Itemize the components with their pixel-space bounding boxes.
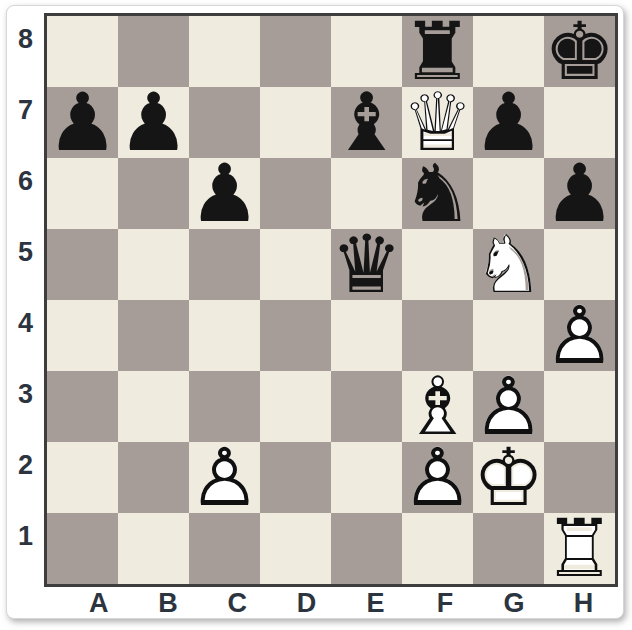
piece-white-pawn[interactable]: ♟︎♙︎ <box>544 300 615 371</box>
square-e7[interactable]: ♝︎ <box>331 87 402 158</box>
queen-glyph: ♛︎ <box>331 225 403 305</box>
square-a7[interactable]: ♟︎ <box>47 87 118 158</box>
square-b4[interactable] <box>118 300 189 371</box>
file-label-c: C <box>203 588 272 618</box>
piece-white-pawn[interactable]: ♟︎♙︎ <box>402 442 473 513</box>
square-a5[interactable] <box>47 229 118 300</box>
square-c4[interactable] <box>189 300 260 371</box>
queen-outline-glyph: ♕︎ <box>402 83 474 163</box>
piece-black-knight[interactable]: ♞︎ <box>402 158 473 229</box>
square-e2[interactable] <box>331 442 402 513</box>
square-b3[interactable] <box>118 371 189 442</box>
square-a2[interactable] <box>47 442 118 513</box>
square-b1[interactable] <box>118 513 189 584</box>
file-label-a: A <box>64 588 133 618</box>
square-f6[interactable]: ♞︎ <box>402 158 473 229</box>
square-d8[interactable] <box>260 16 331 87</box>
piece-black-pawn[interactable]: ♟︎ <box>189 158 260 229</box>
file-label-e: E <box>341 588 410 618</box>
pawn-glyph: ♟︎ <box>118 83 190 163</box>
pawn-fill-glyph: ♟︎ <box>473 367 545 447</box>
piece-black-king[interactable]: ♚︎ <box>544 16 615 87</box>
square-h8[interactable]: ♚︎ <box>544 16 615 87</box>
rook-glyph: ♜︎ <box>402 12 474 92</box>
square-b8[interactable] <box>118 16 189 87</box>
rank-label-5: 5 <box>7 217 44 288</box>
square-b5[interactable] <box>118 229 189 300</box>
piece-white-pawn[interactable]: ♟︎♙︎ <box>473 371 544 442</box>
king-outline-glyph: ♔︎ <box>473 438 545 518</box>
square-g8[interactable] <box>473 16 544 87</box>
square-a4[interactable] <box>47 300 118 371</box>
king-fill-glyph: ♚︎ <box>473 438 545 518</box>
square-h2[interactable] <box>544 442 615 513</box>
file-label-h: H <box>549 588 618 618</box>
square-e5[interactable]: ♛︎ <box>331 229 402 300</box>
square-h1[interactable]: ♜︎♖︎ <box>544 513 615 584</box>
square-c5[interactable] <box>189 229 260 300</box>
piece-black-pawn[interactable]: ♟︎ <box>473 87 544 158</box>
piece-black-rook[interactable]: ♜︎ <box>402 16 473 87</box>
square-f1[interactable] <box>402 513 473 584</box>
square-c1[interactable] <box>189 513 260 584</box>
square-d4[interactable] <box>260 300 331 371</box>
square-g2[interactable]: ♚︎♔︎ <box>473 442 544 513</box>
piece-white-bishop[interactable]: ♝︎♗︎ <box>402 371 473 442</box>
square-c7[interactable] <box>189 87 260 158</box>
square-c6[interactable]: ♟︎ <box>189 158 260 229</box>
knight-fill-glyph: ♞︎ <box>473 225 545 305</box>
rank-label-4: 4 <box>7 288 44 359</box>
pawn-outline-glyph: ♙︎ <box>473 367 545 447</box>
king-glyph: ♚︎ <box>544 12 616 92</box>
square-g1[interactable] <box>473 513 544 584</box>
square-c2[interactable]: ♟︎♙︎ <box>189 442 260 513</box>
bishop-outline-glyph: ♗︎ <box>402 367 474 447</box>
piece-black-queen[interactable]: ♛︎ <box>331 229 402 300</box>
piece-white-rook[interactable]: ♜︎♖︎ <box>544 513 615 584</box>
piece-black-pawn[interactable]: ♟︎ <box>118 87 189 158</box>
piece-white-queen[interactable]: ♛︎♕︎ <box>402 87 473 158</box>
rank-label-7: 7 <box>7 75 44 146</box>
square-e6[interactable] <box>331 158 402 229</box>
square-h3[interactable] <box>544 371 615 442</box>
square-a8[interactable] <box>47 16 118 87</box>
knight-glyph: ♞︎ <box>402 154 474 234</box>
square-h5[interactable] <box>544 229 615 300</box>
square-d6[interactable] <box>260 158 331 229</box>
square-g5[interactable]: ♞︎♘︎ <box>473 229 544 300</box>
square-f5[interactable] <box>402 229 473 300</box>
file-label-b: B <box>133 588 202 618</box>
queen-fill-glyph: ♛︎ <box>402 83 474 163</box>
square-e3[interactable] <box>331 371 402 442</box>
square-a6[interactable] <box>47 158 118 229</box>
chess-diagram: 87654321 ♜︎♚︎♟︎♟︎♝︎♛︎♕︎♟︎♟︎♞︎♟︎♛︎♞︎♘︎♟︎♙… <box>7 13 618 619</box>
piece-white-knight[interactable]: ♞︎♘︎ <box>473 229 544 300</box>
square-c3[interactable] <box>189 371 260 442</box>
square-f7[interactable]: ♛︎♕︎ <box>402 87 473 158</box>
pawn-glyph: ♟︎ <box>544 154 616 234</box>
square-f4[interactable] <box>402 300 473 371</box>
square-d2[interactable] <box>260 442 331 513</box>
piece-white-king[interactable]: ♚︎♔︎ <box>473 442 544 513</box>
rook-fill-glyph: ♜︎ <box>544 509 616 589</box>
square-b6[interactable] <box>118 158 189 229</box>
square-a1[interactable] <box>47 513 118 584</box>
square-d3[interactable] <box>260 371 331 442</box>
file-label-g: G <box>480 588 549 618</box>
square-g7[interactable]: ♟︎ <box>473 87 544 158</box>
file-labels: ABCDEFGH <box>64 587 618 619</box>
square-g6[interactable] <box>473 158 544 229</box>
square-f3[interactable]: ♝︎♗︎ <box>402 371 473 442</box>
square-e8[interactable] <box>331 16 402 87</box>
piece-black-pawn[interactable]: ♟︎ <box>544 158 615 229</box>
square-a3[interactable] <box>47 371 118 442</box>
piece-black-bishop[interactable]: ♝︎ <box>331 87 402 158</box>
pawn-fill-glyph: ♟︎ <box>544 296 616 376</box>
file-label-d: D <box>272 588 341 618</box>
pawn-glyph: ♟︎ <box>47 83 119 163</box>
pawn-outline-glyph: ♙︎ <box>402 438 474 518</box>
square-f8[interactable]: ♜︎ <box>402 16 473 87</box>
board-card: 87654321 ♜︎♚︎♟︎♟︎♝︎♛︎♕︎♟︎♟︎♞︎♟︎♛︎♞︎♘︎♟︎♙… <box>6 5 624 619</box>
square-c8[interactable] <box>189 16 260 87</box>
rook-outline-glyph: ♖︎ <box>544 509 616 589</box>
knight-outline-glyph: ♘︎ <box>473 225 545 305</box>
rank-label-2: 2 <box>7 430 44 501</box>
file-label-f: F <box>410 588 479 618</box>
pawn-outline-glyph: ♙︎ <box>544 296 616 376</box>
pawn-glyph: ♟︎ <box>189 154 261 234</box>
square-f2[interactable]: ♟︎♙︎ <box>402 442 473 513</box>
bishop-fill-glyph: ♝︎ <box>402 367 474 447</box>
square-e4[interactable] <box>331 300 402 371</box>
bishop-glyph: ♝︎ <box>331 83 403 163</box>
pawn-outline-glyph: ♙︎ <box>189 438 261 518</box>
square-e1[interactable] <box>331 513 402 584</box>
square-h7[interactable] <box>544 87 615 158</box>
square-h4[interactable]: ♟︎♙︎ <box>544 300 615 371</box>
pawn-glyph: ♟︎ <box>473 83 545 163</box>
rank-label-1: 1 <box>7 501 44 572</box>
rank-labels: 87654321 <box>7 13 44 587</box>
square-g4[interactable] <box>473 300 544 371</box>
piece-black-pawn[interactable]: ♟︎ <box>47 87 118 158</box>
piece-white-pawn[interactable]: ♟︎♙︎ <box>189 442 260 513</box>
square-b2[interactable] <box>118 442 189 513</box>
square-d7[interactable] <box>260 87 331 158</box>
square-g3[interactable]: ♟︎♙︎ <box>473 371 544 442</box>
square-h6[interactable]: ♟︎ <box>544 158 615 229</box>
pawn-fill-glyph: ♟︎ <box>402 438 474 518</box>
rank-label-3: 3 <box>7 359 44 430</box>
square-b7[interactable]: ♟︎ <box>118 87 189 158</box>
square-d5[interactable] <box>260 229 331 300</box>
chess-board[interactable]: ♜︎♚︎♟︎♟︎♝︎♛︎♕︎♟︎♟︎♞︎♟︎♛︎♞︎♘︎♟︎♙︎♝︎♗︎♟︎♙︎… <box>44 13 618 587</box>
rank-label-8: 8 <box>7 4 44 75</box>
pawn-fill-glyph: ♟︎ <box>189 438 261 518</box>
square-d1[interactable] <box>260 513 331 584</box>
rank-label-6: 6 <box>7 146 44 217</box>
